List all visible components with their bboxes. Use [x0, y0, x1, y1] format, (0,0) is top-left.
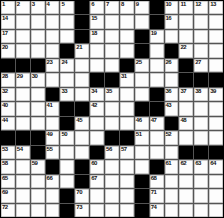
black-cell-r5c1 [1, 59, 15, 72]
clue-number-42: 42 [91, 102, 97, 109]
white-cell-r9c15[interactable] [209, 117, 223, 130]
clue-number-32: 32 [2, 88, 8, 95]
black-cell-r13c6 [75, 175, 89, 188]
white-cell-r13c2[interactable] [16, 175, 30, 188]
white-cell-r4c2[interactable] [16, 44, 30, 57]
white-cell-r10c14[interactable] [194, 131, 208, 144]
black-cell-r6c15 [209, 73, 223, 86]
clue-number-59: 59 [32, 160, 38, 167]
clue-number-57: 57 [121, 146, 127, 153]
white-cell-r8c2[interactable] [16, 102, 30, 115]
white-cell-r2c14[interactable] [194, 15, 208, 28]
white-cell-r7c10[interactable] [135, 88, 149, 101]
clue-number-41: 41 [47, 102, 53, 109]
white-cell-r11c6[interactable] [75, 146, 89, 159]
white-cell-r13c1[interactable]: 65 [1, 175, 15, 188]
clue-number-5: 5 [61, 1, 64, 8]
black-cell-r3c10 [135, 30, 149, 43]
white-cell-r15c11[interactable]: 74 [150, 204, 164, 217]
white-cell-r1c14[interactable]: 12 [194, 1, 208, 14]
white-cell-r6c10[interactable] [135, 73, 149, 86]
white-cell-r1c2[interactable]: 2 [16, 1, 30, 14]
white-cell-r6c9[interactable]: 31 [120, 73, 134, 86]
black-cell-r15c5 [60, 204, 74, 217]
clue-number-55: 55 [47, 146, 53, 153]
white-cell-r8c7[interactable]: 42 [90, 102, 104, 115]
white-cell-r8c14[interactable] [194, 102, 208, 115]
white-cell-r4c11[interactable] [150, 44, 164, 57]
white-cell-r10c13[interactable] [179, 131, 193, 144]
white-cell-r5c4[interactable]: 23 [46, 59, 60, 72]
white-cell-r12c14[interactable]: 63 [194, 160, 208, 173]
white-cell-r13c14[interactable] [194, 175, 208, 188]
white-cell-r11c4[interactable]: 55 [46, 146, 60, 159]
black-cell-r4c5 [60, 44, 74, 57]
white-cell-r6c6[interactable] [75, 73, 89, 86]
clue-number-62: 62 [180, 160, 186, 167]
clue-number-34: 34 [91, 88, 97, 95]
clue-number-73: 73 [76, 204, 82, 211]
white-cell-r9c1[interactable]: 44 [1, 117, 15, 130]
clue-number-12: 12 [195, 1, 201, 8]
clue-number-67: 67 [91, 175, 97, 182]
white-cell-r7c8[interactable]: 35 [105, 88, 119, 101]
clue-number-26: 26 [166, 59, 172, 66]
white-cell-r9c13[interactable]: 48 [179, 117, 193, 130]
black-cell-r10c3 [31, 131, 45, 144]
white-cell-r15c9[interactable] [120, 204, 134, 217]
white-cell-r11c2[interactable]: 54 [16, 146, 30, 159]
clue-number-36: 36 [166, 88, 172, 95]
black-cell-r9c12 [165, 117, 179, 130]
white-cell-r11c1[interactable]: 53 [1, 146, 15, 159]
white-cell-r15c6[interactable]: 73 [75, 204, 89, 217]
black-cell-r1c11 [150, 1, 164, 14]
black-cell-r2c11 [150, 15, 164, 28]
white-cell-r4c15[interactable] [209, 44, 223, 57]
white-cell-r10c10[interactable]: 51 [135, 131, 149, 144]
black-cell-r10c1 [1, 131, 15, 144]
white-cell-r11c11[interactable] [150, 146, 164, 159]
white-cell-r8c8[interactable] [105, 102, 119, 115]
white-cell-r15c7[interactable] [90, 204, 104, 217]
white-cell-r3c7[interactable]: 18 [90, 30, 104, 43]
white-cell-r13c12[interactable] [165, 175, 179, 188]
white-cell-r14c6[interactable]: 70 [75, 189, 89, 202]
white-cell-r2c10[interactable] [135, 15, 149, 28]
clue-number-15: 15 [91, 15, 97, 22]
clue-number-56: 56 [106, 146, 112, 153]
white-cell-r13c15[interactable] [209, 175, 223, 188]
white-cell-r8c3[interactable] [31, 102, 45, 115]
clue-number-9: 9 [136, 1, 139, 8]
clue-number-49: 49 [47, 131, 53, 138]
white-cell-r2c5[interactable] [60, 15, 74, 28]
white-cell-r3c8[interactable] [105, 30, 119, 43]
white-cell-r6c2[interactable]: 29 [16, 73, 30, 86]
white-cell-r2c12[interactable]: 16 [165, 15, 179, 28]
white-cell-r14c9[interactable] [120, 189, 134, 202]
black-cell-r11c13 [179, 146, 193, 159]
white-cell-r7c5[interactable]: 33 [60, 88, 74, 101]
black-cell-r8c5 [60, 102, 74, 115]
white-cell-r12c13[interactable]: 62 [179, 160, 193, 173]
clue-number-8: 8 [121, 1, 124, 8]
white-cell-r8c15[interactable] [209, 102, 223, 115]
white-cell-r7c12[interactable]: 36 [165, 88, 179, 101]
clue-number-21: 21 [76, 44, 82, 51]
white-cell-r13c8[interactable] [105, 175, 119, 188]
black-cell-r8c6 [75, 102, 89, 115]
black-cell-r6c7 [90, 73, 104, 86]
clue-number-72: 72 [2, 204, 8, 211]
white-cell-r1c10[interactable]: 9 [135, 1, 149, 14]
clue-number-29: 29 [17, 73, 23, 80]
white-cell-r5c10[interactable]: 25 [135, 59, 149, 72]
white-cell-r5c15[interactable] [209, 59, 223, 72]
white-cell-r9c10[interactable]: 46 [135, 117, 149, 130]
crossword-grid: 1234567891011121314151617181920212223242… [1, 1, 223, 217]
white-cell-r5c14[interactable]: 27 [194, 59, 208, 72]
white-cell-r4c14[interactable] [194, 44, 208, 57]
white-cell-r2c3[interactable] [31, 15, 45, 28]
white-cell-r4c6[interactable]: 21 [75, 44, 89, 57]
white-cell-r4c1[interactable]: 20 [1, 44, 15, 57]
clue-number-11: 11 [180, 1, 185, 8]
clue-number-39: 39 [210, 88, 216, 95]
white-cell-r3c3[interactable] [31, 30, 45, 43]
clue-number-53: 53 [2, 146, 8, 153]
white-cell-r8c1[interactable]: 40 [1, 102, 15, 115]
clue-number-22: 22 [180, 44, 186, 51]
clue-number-61: 61 [166, 160, 172, 167]
white-cell-r3c15[interactable] [209, 30, 223, 43]
black-cell-r14c10 [135, 189, 149, 202]
clue-number-60: 60 [91, 160, 97, 167]
clue-number-7: 7 [106, 1, 109, 8]
white-cell-r6c1[interactable]: 28 [1, 73, 15, 86]
white-cell-r14c14[interactable] [194, 189, 208, 202]
black-cell-r7c4 [46, 88, 60, 101]
white-cell-r5c5[interactable]: 24 [60, 59, 74, 72]
white-cell-r6c3[interactable]: 30 [31, 73, 45, 86]
white-cell-r13c3[interactable] [31, 175, 45, 188]
white-cell-r15c2[interactable] [16, 204, 30, 217]
clue-number-14: 14 [2, 15, 8, 22]
white-cell-r13c5[interactable] [60, 175, 74, 188]
white-cell-r15c12[interactable] [165, 204, 179, 217]
white-cell-r14c1[interactable]: 69 [1, 189, 15, 202]
white-cell-r12c8[interactable] [105, 160, 119, 173]
white-cell-r6c11[interactable] [150, 73, 164, 86]
clue-number-3: 3 [32, 1, 35, 8]
clue-number-50: 50 [61, 131, 67, 138]
white-cell-r9c6[interactable]: 45 [75, 117, 89, 130]
white-cell-r3c4[interactable] [46, 30, 60, 43]
white-cell-r8c12[interactable]: 43 [165, 102, 179, 115]
clue-number-54: 54 [17, 146, 23, 153]
white-cell-r9c8[interactable] [105, 117, 119, 130]
clue-number-30: 30 [32, 73, 38, 80]
clue-number-63: 63 [195, 160, 201, 167]
white-cell-r1c9[interactable]: 8 [120, 1, 134, 14]
black-cell-r5c13 [179, 59, 193, 72]
clue-number-40: 40 [2, 102, 8, 109]
clue-number-66: 66 [47, 175, 53, 182]
white-cell-r5c12[interactable]: 26 [165, 59, 179, 72]
white-cell-r14c3[interactable] [31, 189, 45, 202]
white-cell-r3c1[interactable]: 17 [1, 30, 15, 43]
clue-number-45: 45 [76, 117, 82, 124]
white-cell-r6c12[interactable] [165, 73, 179, 86]
black-cell-r2c6 [75, 15, 89, 28]
white-cell-r15c13[interactable] [179, 204, 193, 217]
white-cell-r9c3[interactable] [31, 117, 45, 130]
black-cell-r11c14 [194, 146, 208, 159]
black-cell-r12c6 [75, 160, 89, 173]
white-cell-r2c4[interactable] [46, 15, 60, 28]
white-cell-r14c12[interactable] [165, 189, 179, 202]
white-cell-r8c9[interactable] [120, 102, 134, 115]
black-cell-r9c5 [60, 117, 74, 130]
clue-number-43: 43 [166, 102, 172, 109]
clue-number-65: 65 [2, 175, 8, 182]
white-cell-r2c1[interactable]: 14 [1, 15, 15, 28]
clue-number-23: 23 [47, 59, 53, 66]
white-cell-r14c13[interactable] [179, 189, 193, 202]
white-cell-r4c7[interactable] [90, 44, 104, 57]
white-cell-r15c1[interactable]: 72 [1, 204, 15, 217]
clue-number-20: 20 [2, 44, 8, 51]
white-cell-r4c8[interactable] [105, 44, 119, 57]
clue-number-33: 33 [61, 88, 67, 95]
black-cell-r13c10 [135, 175, 149, 188]
clue-number-24: 24 [61, 59, 67, 66]
white-cell-r15c8[interactable] [105, 204, 119, 217]
white-cell-r3c11[interactable]: 19 [150, 30, 164, 43]
black-cell-r3c6 [75, 30, 89, 43]
clue-number-38: 38 [195, 88, 201, 95]
white-cell-r4c3[interactable] [31, 44, 45, 57]
white-cell-r7c13[interactable]: 37 [179, 88, 193, 101]
white-cell-r14c2[interactable] [16, 189, 30, 202]
white-cell-r2c7[interactable]: 15 [90, 15, 104, 28]
white-cell-r11c10[interactable] [135, 146, 149, 159]
white-cell-r13c13[interactable] [179, 175, 193, 188]
black-cell-r12c4 [46, 160, 60, 173]
clue-number-71: 71 [151, 189, 157, 196]
white-cell-r2c13[interactable] [179, 15, 193, 28]
clue-number-1: 1 [2, 1, 5, 8]
black-cell-r6c8 [105, 73, 119, 86]
white-cell-r5c11[interactable] [150, 59, 164, 72]
black-cell-r14c5 [60, 189, 74, 202]
black-cell-r4c12 [165, 44, 179, 57]
white-cell-r10c5[interactable]: 50 [60, 131, 74, 144]
white-cell-r1c7[interactable]: 6 [90, 1, 104, 14]
white-cell-r12c5[interactable] [60, 160, 74, 173]
white-cell-r1c13[interactable]: 11 [179, 1, 193, 14]
white-cell-r12c3[interactable]: 59 [31, 160, 45, 173]
white-cell-r6c5[interactable] [60, 73, 74, 86]
white-cell-r1c1[interactable]: 1 [1, 1, 15, 14]
white-cell-r2c15[interactable] [209, 15, 223, 28]
white-cell-r7c7[interactable]: 34 [90, 88, 104, 101]
white-cell-r9c2[interactable] [16, 117, 30, 130]
white-cell-r4c9[interactable] [120, 44, 134, 57]
white-cell-r7c15[interactable]: 39 [209, 88, 223, 101]
white-cell-r15c14[interactable] [194, 204, 208, 217]
white-cell-r12c15[interactable]: 64 [209, 160, 223, 173]
white-cell-r7c1[interactable]: 32 [1, 88, 15, 101]
black-cell-r10c9 [120, 131, 134, 144]
white-cell-r10c11[interactable] [150, 131, 164, 144]
black-cell-r6c13 [179, 73, 193, 86]
white-cell-r1c3[interactable]: 3 [31, 1, 45, 14]
black-cell-r11c3 [31, 146, 45, 159]
black-cell-r8c11 [150, 102, 164, 115]
white-cell-r12c7[interactable]: 60 [90, 160, 104, 173]
white-cell-r3c12[interactable] [165, 30, 179, 43]
white-cell-r15c4[interactable] [46, 204, 60, 217]
clue-number-31: 31 [121, 73, 127, 80]
white-cell-r11c5[interactable] [60, 146, 74, 159]
white-cell-r12c1[interactable]: 58 [1, 160, 15, 173]
white-cell-r7c3[interactable] [31, 88, 45, 101]
white-cell-r10c15[interactable] [209, 131, 223, 144]
clue-number-35: 35 [106, 88, 112, 95]
white-cell-r14c8[interactable] [105, 189, 119, 202]
clue-number-46: 46 [136, 117, 142, 124]
white-cell-r5c6[interactable] [75, 59, 89, 72]
white-cell-r4c13[interactable]: 22 [179, 44, 193, 57]
black-cell-r5c3 [31, 59, 45, 72]
white-cell-r3c14[interactable] [194, 30, 208, 43]
white-cell-r13c7[interactable]: 67 [90, 175, 104, 188]
white-cell-r4c4[interactable] [46, 44, 60, 57]
clue-number-70: 70 [76, 189, 82, 196]
white-cell-r13c9[interactable] [120, 175, 134, 188]
white-cell-r9c9[interactable] [120, 117, 134, 130]
clue-number-52: 52 [166, 131, 172, 138]
white-cell-r10c4[interactable]: 49 [46, 131, 60, 144]
white-cell-r12c9[interactable] [120, 160, 134, 173]
clue-number-13: 13 [210, 1, 216, 8]
clue-number-74: 74 [151, 204, 157, 211]
white-cell-r14c15[interactable] [209, 189, 223, 202]
black-cell-r7c11 [150, 88, 164, 101]
white-cell-r5c8[interactable] [105, 59, 119, 72]
white-cell-r3c2[interactable] [16, 30, 30, 43]
white-cell-r10c12[interactable]: 52 [165, 131, 179, 144]
white-cell-r9c7[interactable] [90, 117, 104, 130]
white-cell-r1c5[interactable]: 5 [60, 1, 74, 14]
white-cell-r3c13[interactable] [179, 30, 193, 43]
white-cell-r9c4[interactable] [46, 117, 60, 130]
white-cell-r12c2[interactable] [16, 160, 30, 173]
white-cell-r2c2[interactable] [16, 15, 30, 28]
white-cell-r5c7[interactable] [90, 59, 104, 72]
clue-number-6: 6 [91, 1, 94, 8]
white-cell-r9c14[interactable] [194, 117, 208, 130]
white-cell-r3c9[interactable] [120, 30, 134, 43]
clue-number-51: 51 [136, 131, 142, 138]
white-cell-r10c6[interactable] [75, 131, 89, 144]
white-cell-r14c7[interactable] [90, 189, 104, 202]
white-cell-r12c10[interactable] [135, 160, 149, 173]
white-cell-r2c9[interactable] [120, 15, 134, 28]
clue-number-25: 25 [136, 59, 142, 66]
white-cell-r1c15[interactable]: 13 [209, 1, 223, 14]
white-cell-r7c6[interactable] [75, 88, 89, 101]
clue-number-27: 27 [195, 59, 201, 66]
clue-number-69: 69 [2, 189, 8, 196]
white-cell-r7c9[interactable] [120, 88, 134, 101]
black-cell-r10c8 [105, 131, 119, 144]
white-cell-r11c8[interactable]: 56 [105, 146, 119, 159]
white-cell-r1c4[interactable]: 4 [46, 1, 60, 14]
crossword-board: 1234567891011121314151617181920212223242… [0, 0, 224, 218]
clue-number-37: 37 [180, 88, 186, 95]
white-cell-r6c4[interactable] [46, 73, 60, 86]
white-cell-r8c13[interactable] [179, 102, 193, 115]
white-cell-r11c12[interactable] [165, 146, 179, 159]
white-cell-r13c11[interactable]: 68 [150, 175, 164, 188]
white-cell-r13c4[interactable]: 66 [46, 175, 60, 188]
black-cell-r4c10 [135, 44, 149, 57]
black-cell-r10c2 [16, 131, 30, 144]
clue-number-19: 19 [151, 30, 157, 37]
clue-number-18: 18 [91, 30, 97, 37]
black-cell-r5c9 [120, 59, 134, 72]
white-cell-r1c12[interactable]: 10 [165, 1, 179, 14]
white-cell-r8c4[interactable]: 41 [46, 102, 60, 115]
white-cell-r7c14[interactable]: 38 [194, 88, 208, 101]
clue-number-44: 44 [2, 117, 8, 124]
white-cell-r1c8[interactable]: 7 [105, 1, 119, 14]
white-cell-r14c11[interactable]: 71 [150, 189, 164, 202]
black-cell-r12c11 [150, 160, 164, 173]
clue-number-68: 68 [151, 175, 157, 182]
black-cell-r1c6 [75, 1, 89, 14]
white-cell-r2c8[interactable] [105, 15, 119, 28]
white-cell-r15c3[interactable] [31, 204, 45, 217]
black-cell-r5c2 [16, 59, 30, 72]
white-cell-r3c5[interactable] [60, 30, 74, 43]
black-cell-r15c10 [135, 204, 149, 217]
clue-number-58: 58 [2, 160, 8, 167]
black-cell-r11c7 [90, 146, 104, 159]
white-cell-r10c7[interactable] [90, 131, 104, 144]
clue-number-48: 48 [180, 117, 186, 124]
clue-number-28: 28 [2, 73, 8, 80]
white-cell-r11c9[interactable]: 57 [120, 146, 134, 159]
clue-number-17: 17 [2, 30, 8, 37]
black-cell-r11c15 [209, 146, 223, 159]
white-cell-r12c12[interactable]: 61 [165, 160, 179, 173]
clue-number-16: 16 [166, 15, 172, 22]
black-cell-r6c14 [194, 73, 208, 86]
white-cell-r9c11[interactable]: 47 [150, 117, 164, 130]
clue-number-4: 4 [47, 1, 50, 8]
white-cell-r15c15[interactable] [209, 204, 223, 217]
clue-number-64: 64 [210, 160, 216, 167]
white-cell-r7c2[interactable] [16, 88, 30, 101]
black-cell-r8c10 [135, 102, 149, 115]
white-cell-r14c4[interactable] [46, 189, 60, 202]
clue-number-10: 10 [166, 1, 172, 8]
clue-number-2: 2 [17, 1, 20, 8]
